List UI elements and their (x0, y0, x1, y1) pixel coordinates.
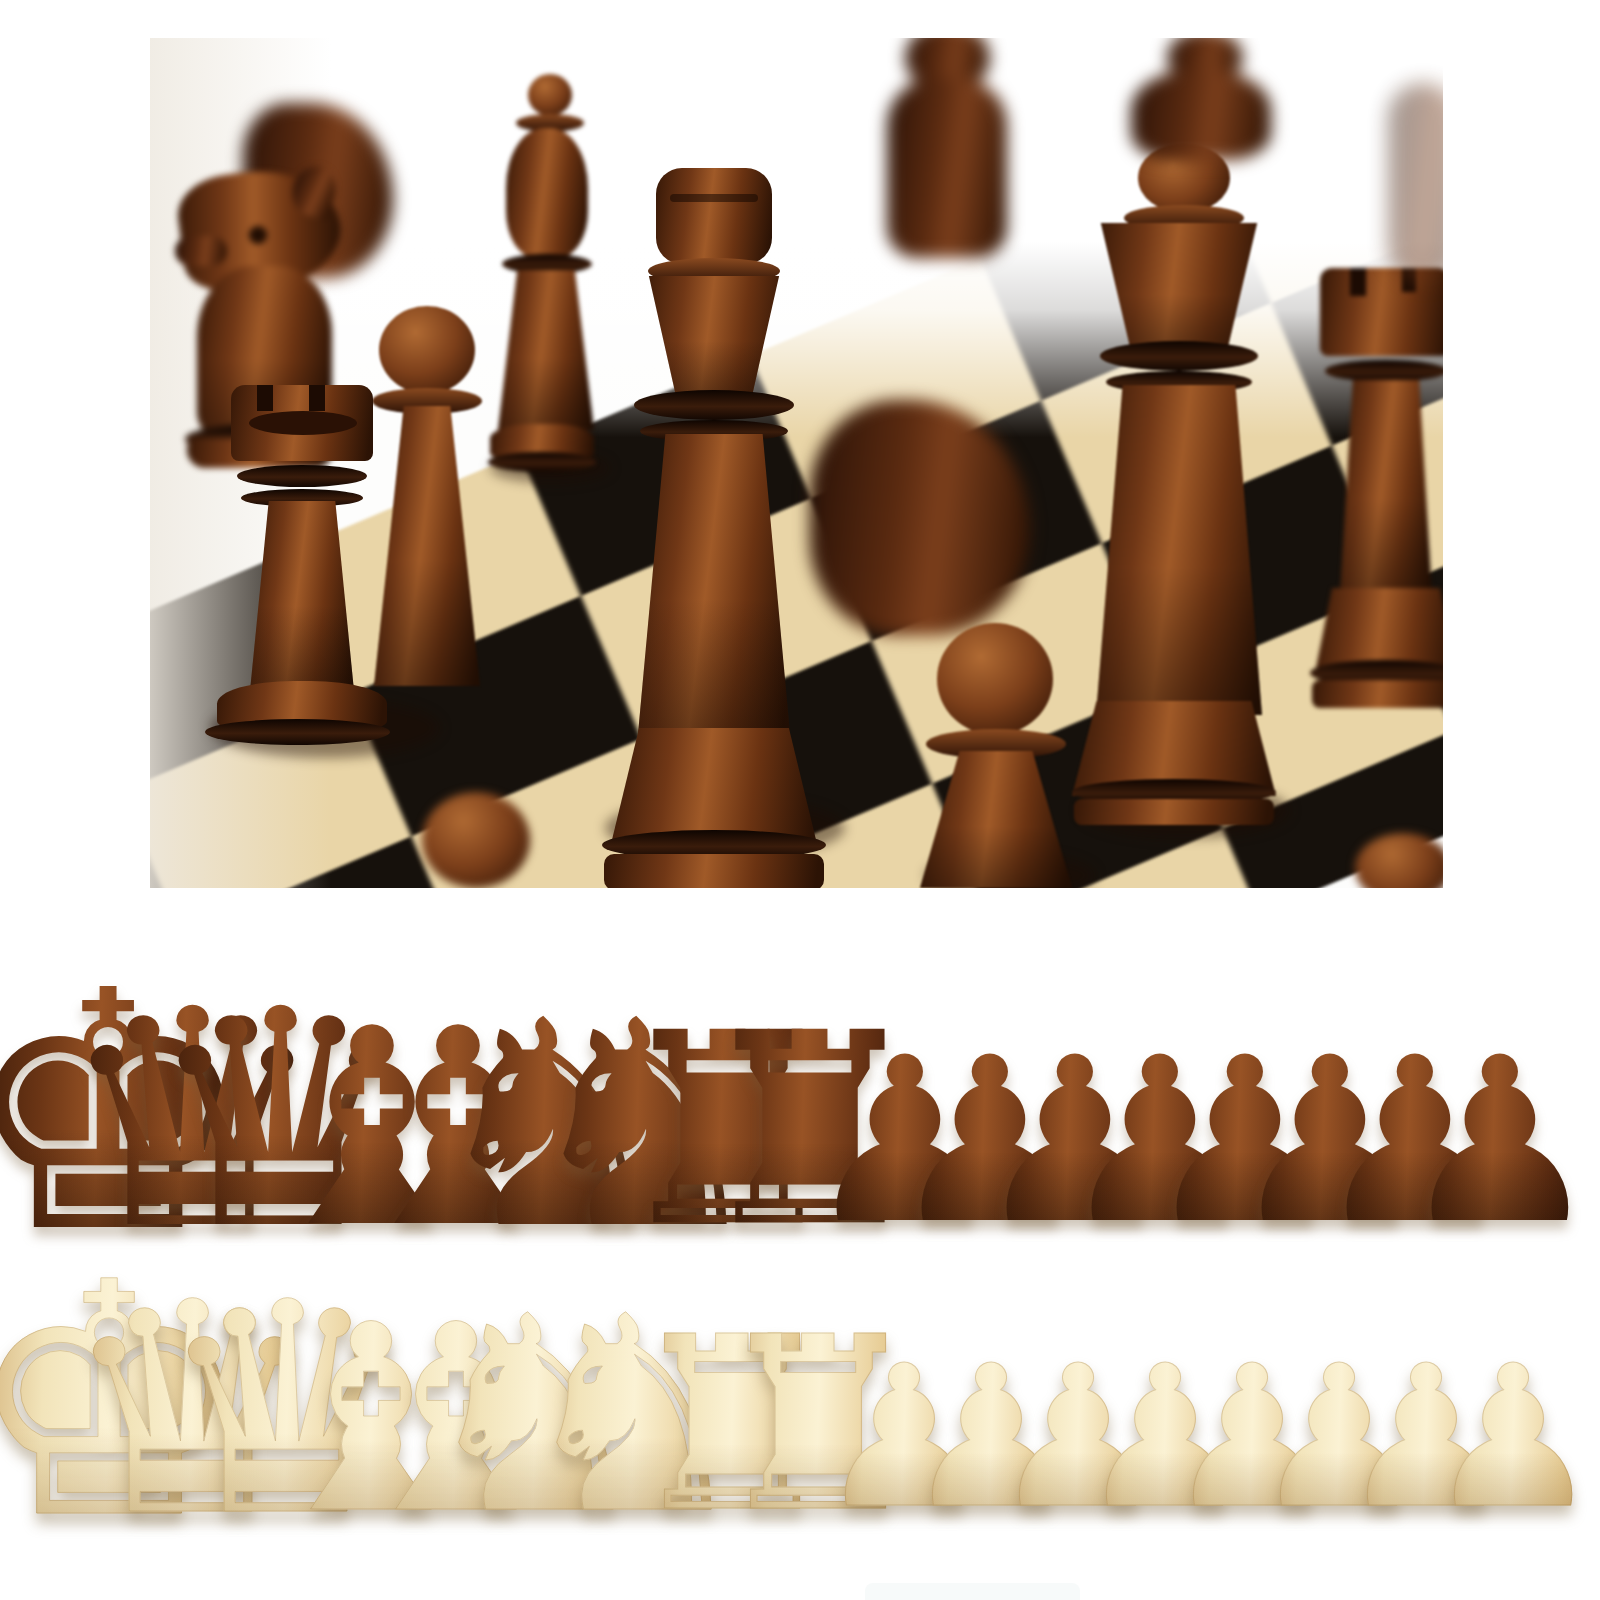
photo-rook-right (1310, 268, 1443, 708)
dark-row: ♚♛♛♝♝♞♞♜♜♟♟♟♟♟♟♟♟ (0, 955, 1600, 1205)
light-pawn: ♟ (1415, 1339, 1600, 1535)
photo-blurred-piece (810, 400, 1030, 635)
photo-blurred-bishop (875, 38, 1020, 258)
light-row: ♚♛♛♝♝♞♞♜♜♟♟♟♟♟♟♟♟ (0, 1242, 1600, 1492)
photo-blurred-edge-piece (1388, 83, 1443, 283)
photo-pawn-focus (920, 623, 1075, 888)
photo-bishop (488, 74, 596, 474)
photo-blurred-king-top (1123, 38, 1278, 160)
photo-rook-focus (205, 385, 390, 745)
photo-queen (1072, 143, 1276, 825)
product-photo (150, 38, 1443, 888)
faint-watermark (865, 1583, 1080, 1600)
photo-king (600, 168, 830, 888)
photo-pawn-head-corner (1355, 833, 1443, 888)
photo-foreground-pawn-head (412, 792, 540, 888)
dark-pawn: ♟ (1386, 1027, 1600, 1255)
